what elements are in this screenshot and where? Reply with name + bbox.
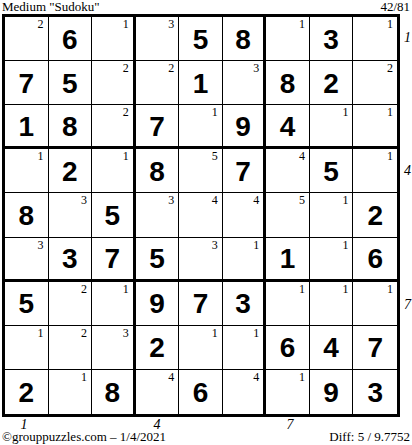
cell-r1c8[interactable]: 3 (310, 17, 354, 61)
cell-r3c3[interactable]: 2 (92, 105, 136, 149)
cell-r1c5[interactable]: 5 (179, 17, 223, 61)
cell-r3c7[interactable]: 4 (266, 105, 310, 149)
big-digit: 5 (105, 200, 121, 230)
cell-r1c1[interactable]: 2 (5, 17, 49, 61)
pencil-mark: 5 (299, 194, 305, 207)
cell-r8c7[interactable]: 6 (266, 326, 310, 370)
pencil-mark: 1 (299, 18, 305, 31)
cell-r4c9[interactable]: 1 (353, 149, 397, 193)
big-digit: 2 (367, 200, 383, 230)
cell-r6c3[interactable]: 7 (92, 238, 136, 282)
cell-r6c8[interactable]: 1 (310, 238, 354, 282)
cell-r7c6[interactable]: 3 (223, 282, 267, 326)
cell-r6c2[interactable]: 3 (49, 238, 93, 282)
cell-r2c9[interactable]: 2 (353, 61, 397, 105)
pencil-mark: 3 (168, 18, 174, 31)
big-digit: 8 (149, 156, 165, 186)
big-digit: 7 (235, 156, 251, 186)
cell-r2c5[interactable]: 1 (179, 61, 223, 105)
cell-r6c6[interactable]: 1 (223, 238, 267, 282)
big-digit: 9 (235, 111, 251, 141)
pencil-mark: 2 (38, 18, 44, 31)
cell-r8c8[interactable]: 4 (310, 326, 354, 370)
big-digit: 7 (149, 111, 165, 141)
pencil-mark: 1 (299, 283, 305, 296)
cell-r1c4[interactable]: 3 (136, 17, 180, 61)
cell-r8c4[interactable]: 2 (136, 326, 180, 370)
row-label-4: 4 (403, 163, 412, 178)
big-digit: 5 (62, 68, 78, 98)
pencil-mark: 1 (387, 106, 393, 119)
pencil-mark: 4 (253, 194, 259, 207)
big-digit: 2 (323, 68, 339, 98)
big-digit: 5 (323, 156, 339, 186)
big-digit: 8 (235, 24, 251, 54)
cell-r7c1[interactable]: 5 (5, 282, 49, 326)
big-digit: 7 (367, 332, 383, 362)
cell-r4c5[interactable]: 5 (179, 149, 223, 193)
big-digit: 7 (105, 243, 121, 273)
big-digit: 1 (280, 243, 296, 273)
big-digit: 6 (280, 332, 296, 362)
cell-r9c9[interactable]: 3 (353, 370, 397, 414)
cell-r1c2[interactable]: 6 (49, 17, 93, 61)
cell-r8c5[interactable]: 1 (179, 326, 223, 370)
pencil-mark: 4 (253, 371, 259, 384)
pencil-mark: 1 (342, 106, 348, 119)
cell-r1c6[interactable]: 8 (223, 17, 267, 61)
cell-r2c2[interactable]: 5 (49, 61, 93, 105)
cell-r4c8[interactable]: 5 (310, 149, 354, 193)
cell-r4c3[interactable]: 1 (92, 149, 136, 193)
cell-r2c4[interactable]: 2 (136, 61, 180, 105)
pencil-mark: 2 (387, 62, 393, 75)
cell-r3c2[interactable]: 8 (49, 105, 93, 149)
pencil-mark: 1 (81, 371, 87, 384)
cell-r4c7[interactable]: 4 (266, 149, 310, 193)
cell-r6c5[interactable]: 3 (179, 238, 223, 282)
pencil-mark: 3 (81, 194, 87, 207)
cell-r5c8[interactable]: 1 (310, 193, 354, 237)
pencil-mark: 1 (387, 150, 393, 163)
big-digit: 7 (18, 68, 34, 98)
big-digit: 4 (280, 111, 296, 141)
pencil-mark: 2 (81, 327, 87, 340)
cell-r1c9[interactable]: 1 (353, 17, 397, 61)
cell-r5c9[interactable]: 2 (353, 193, 397, 237)
cell-r4c4[interactable]: 8 (136, 149, 180, 193)
cell-r1c3[interactable]: 1 (92, 17, 136, 61)
pencil-mark: 1 (253, 327, 259, 340)
cell-r7c2[interactable]: 2 (49, 282, 93, 326)
big-digit: 5 (193, 24, 209, 54)
pencil-mark: 1 (38, 150, 44, 163)
cell-r9c3[interactable]: 8 (92, 370, 136, 414)
cell-r3c4[interactable]: 7 (136, 105, 180, 149)
cell-r7c9[interactable]: 1 (353, 282, 397, 326)
cell-r6c4[interactable]: 5 (136, 238, 180, 282)
cell-r8c1[interactable]: 1 (5, 326, 49, 370)
pencil-mark: 1 (212, 106, 218, 119)
pencil-mark: 4 (212, 194, 218, 207)
cell-r5c4[interactable]: 3 (136, 193, 180, 237)
big-digit: 8 (62, 111, 78, 141)
sudoku-page: Medium "Sudoku" 42/81 261358131752213822… (0, 0, 412, 445)
big-digit: 8 (105, 377, 121, 407)
big-digit: 6 (193, 377, 209, 407)
pencil-mark: 4 (168, 371, 174, 384)
cell-r7c7[interactable]: 1 (266, 282, 310, 326)
big-digit: 3 (235, 288, 251, 318)
cell-r5c3[interactable]: 5 (92, 193, 136, 237)
cell-r9c7[interactable]: 1 (266, 370, 310, 414)
pencil-mark: 1 (387, 18, 393, 31)
pencil-mark: 1 (123, 18, 129, 31)
cell-r9c1[interactable]: 2 (5, 370, 49, 414)
row-label-7: 7 (403, 297, 412, 312)
big-digit: 3 (367, 377, 383, 407)
big-digit: 5 (18, 288, 34, 318)
cell-r7c4[interactable]: 9 (136, 282, 180, 326)
row-label-1: 1 (403, 30, 412, 45)
header: Medium "Sudoku" 42/81 (2, 0, 410, 14)
big-digit: 2 (62, 156, 78, 186)
cell-r4c6[interactable]: 7 (223, 149, 267, 193)
pencil-mark: 2 (81, 283, 87, 296)
cell-r3c5[interactable]: 1 (179, 105, 223, 149)
cell-r2c7[interactable]: 8 (266, 61, 310, 105)
pencil-mark: 2 (168, 62, 174, 75)
big-digit: 2 (18, 377, 34, 407)
pencil-mark: 1 (342, 194, 348, 207)
cell-r1c7[interactable]: 1 (266, 17, 310, 61)
cell-r3c8[interactable]: 1 (310, 105, 354, 149)
cell-r8c3[interactable]: 3 (92, 326, 136, 370)
pencil-mark: 3 (212, 239, 218, 252)
cell-r4c2[interactable]: 2 (49, 149, 93, 193)
pencil-mark: 1 (123, 150, 129, 163)
cell-r6c7[interactable]: 1 (266, 238, 310, 282)
big-digit: 1 (18, 111, 34, 141)
pencil-mark: 1 (299, 371, 305, 384)
big-digit: 6 (367, 243, 383, 273)
big-digit: 2 (149, 332, 165, 362)
cell-r2c6[interactable]: 3 (223, 61, 267, 105)
pencil-mark: 4 (299, 150, 305, 163)
pencil-mark: 1 (253, 239, 259, 252)
big-digit: 3 (62, 243, 78, 273)
big-digit: 9 (323, 377, 339, 407)
big-digit: 7 (193, 288, 209, 318)
pencil-mark: 1 (123, 283, 129, 296)
big-digit: 1 (193, 68, 209, 98)
cell-r8c6[interactable]: 1 (223, 326, 267, 370)
cell-r9c4[interactable]: 4 (136, 370, 180, 414)
pencil-mark: 3 (38, 239, 44, 252)
footer: ©grouppuzzles.com – 1/4/2021 Diff: 5 / 9… (2, 430, 410, 444)
cell-r9c2[interactable]: 1 (49, 370, 93, 414)
pencil-mark: 1 (342, 239, 348, 252)
progress-count: 42/81 (380, 0, 410, 14)
cell-r8c9[interactable]: 7 (353, 326, 397, 370)
pencil-mark: 2 (123, 62, 129, 75)
cell-r2c1[interactable]: 7 (5, 61, 49, 105)
big-digit: 3 (323, 24, 339, 54)
cell-r6c1[interactable]: 3 (5, 238, 49, 282)
cell-r7c8[interactable]: 1 (310, 282, 354, 326)
cell-r9c8[interactable]: 9 (310, 370, 354, 414)
cell-r9c5[interactable]: 6 (179, 370, 223, 414)
pencil-mark: 1 (212, 327, 218, 340)
pencil-mark: 5 (212, 150, 218, 163)
puzzle-title: Medium "Sudoku" (2, 0, 100, 14)
big-digit: 8 (18, 200, 34, 230)
big-digit: 4 (323, 332, 339, 362)
sudoku-board: 2613581317522138221827194111218574518353… (2, 14, 400, 417)
cell-r8c2[interactable]: 2 (49, 326, 93, 370)
difficulty-text: Diff: 5 / 9.7752 (329, 430, 410, 444)
pencil-mark: 1 (342, 283, 348, 296)
pencil-mark: 3 (123, 327, 129, 340)
cell-r5c6[interactable]: 4 (223, 193, 267, 237)
cell-r7c5[interactable]: 7 (179, 282, 223, 326)
big-digit: 8 (280, 68, 296, 98)
cell-r3c1[interactable]: 1 (5, 105, 49, 149)
cell-r7c3[interactable]: 1 (92, 282, 136, 326)
cell-r3c6[interactable]: 9 (223, 105, 267, 149)
cell-r3c9[interactable]: 1 (353, 105, 397, 149)
cell-r4c1[interactable]: 1 (5, 149, 49, 193)
cell-r5c5[interactable]: 4 (179, 193, 223, 237)
cell-r2c3[interactable]: 2 (92, 61, 136, 105)
pencil-mark: 1 (38, 327, 44, 340)
pencil-mark: 3 (168, 194, 174, 207)
cell-r9c6[interactable]: 4 (223, 370, 267, 414)
copyright-text: ©grouppuzzles.com – 1/4/2021 (2, 430, 166, 444)
cell-r5c1[interactable]: 8 (5, 193, 49, 237)
pencil-mark: 1 (387, 283, 393, 296)
cell-r5c7[interactable]: 5 (266, 193, 310, 237)
cell-r6c9[interactable]: 6 (353, 238, 397, 282)
pencil-mark: 2 (123, 106, 129, 119)
big-digit: 5 (149, 243, 165, 273)
big-digit: 6 (62, 24, 78, 54)
cell-r2c8[interactable]: 2 (310, 61, 354, 105)
big-digit: 9 (149, 288, 165, 318)
cell-r5c2[interactable]: 3 (49, 193, 93, 237)
pencil-mark: 3 (253, 62, 259, 75)
